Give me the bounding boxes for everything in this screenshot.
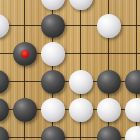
board-intersection-r1c0[interactable]: [0, 12, 11, 40]
board-intersection-r2c5[interactable]: [123, 40, 140, 68]
board-intersection-r3c2[interactable]: [39, 68, 67, 96]
board-intersection-r3c4[interactable]: [95, 68, 123, 96]
board-intersection-r5c3[interactable]: [67, 124, 95, 140]
board-intersection-r5c2[interactable]: [39, 124, 67, 140]
white-stone: [69, 0, 93, 10]
board-intersection-r5c1[interactable]: [11, 124, 39, 140]
white-stone: [41, 42, 65, 66]
board-intersection-r1c4[interactable]: [95, 12, 123, 40]
white-stone: [41, 98, 65, 122]
white-stone: [41, 0, 65, 10]
black-stone: [41, 126, 65, 140]
board-intersection-r4c4[interactable]: [95, 96, 123, 124]
board-intersection-r4c5[interactable]: [123, 96, 140, 124]
board-intersection-r4c1[interactable]: [11, 96, 39, 124]
board-intersection-r1c1[interactable]: [11, 12, 39, 40]
board-intersection-r1c3[interactable]: [67, 12, 95, 40]
black-stone: [0, 70, 9, 94]
board-intersection-r2c2[interactable]: [39, 40, 67, 68]
board-intersection-r0c0[interactable]: [0, 0, 11, 12]
board-intersection-r1c2[interactable]: [39, 12, 67, 40]
board-intersection-r2c4[interactable]: [95, 40, 123, 68]
board-intersection-r2c0[interactable]: [0, 40, 11, 68]
last-move-marker-icon: [21, 50, 29, 58]
black-stone: [0, 98, 9, 122]
white-stone: [125, 126, 140, 140]
board-intersection-r0c3[interactable]: [67, 0, 95, 12]
board-intersection-r4c3[interactable]: [67, 96, 95, 124]
board-intersection-r2c3[interactable]: [67, 40, 95, 68]
board-intersection-r0c4[interactable]: [95, 0, 123, 12]
white-stone: [69, 98, 93, 122]
board-intersection-r3c5[interactable]: [123, 68, 140, 96]
board-intersection-r3c1[interactable]: [11, 68, 39, 96]
board-intersection-r4c0[interactable]: [0, 96, 11, 124]
board-intersection-r5c5[interactable]: [123, 124, 140, 140]
black-stone: [97, 126, 121, 140]
black-stone: [13, 98, 37, 122]
black-stone: [0, 126, 9, 140]
board-intersection-r3c0[interactable]: [0, 68, 11, 96]
go-board-viewport: [0, 0, 140, 140]
board-intersection-r0c5[interactable]: [123, 0, 140, 12]
board-intersection-r1c5[interactable]: [123, 12, 140, 40]
board-intersection-r0c1[interactable]: [11, 0, 39, 12]
black-stone: [97, 70, 121, 94]
black-stone: [41, 14, 65, 38]
board-intersection-r0c2[interactable]: [39, 0, 67, 12]
board-intersection-r5c4[interactable]: [95, 124, 123, 140]
white-stone: [97, 98, 121, 122]
board-intersection-r4c2[interactable]: [39, 96, 67, 124]
board-intersection-r5c0[interactable]: [0, 124, 11, 140]
black-stone: [41, 70, 65, 94]
board-intersection-r3c3[interactable]: [67, 68, 95, 96]
white-stone: [97, 14, 121, 38]
white-stone: [0, 14, 9, 38]
black-stone: [125, 70, 140, 94]
white-stone: [125, 98, 140, 122]
black-stone: [13, 42, 37, 66]
white-stone: [69, 70, 93, 94]
board-intersection-r2c1[interactable]: [11, 40, 39, 68]
go-board-grid: [0, 0, 140, 140]
